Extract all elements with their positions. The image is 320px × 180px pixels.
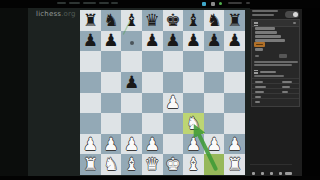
square-b1[interactable]: ♞ [101,154,122,175]
square-a1[interactable]: ♜ [80,154,101,175]
square-f1[interactable]: ♝ [183,154,204,175]
square-f3[interactable]: ♞ [183,113,204,134]
white-rook-a1[interactable]: ♜ [80,154,101,175]
panel-divider [250,164,292,165]
white-pawn-f2[interactable]: ♟ [183,134,204,155]
black-pawn-b7[interactable]: ♟ [101,31,122,52]
white-knight-f3[interactable]: ♞ [183,113,204,134]
square-d6[interactable] [142,51,163,72]
white-pawn-b2[interactable]: ♟ [101,134,122,155]
square-c4[interactable] [121,93,142,114]
browser-topbar [0,0,320,8]
square-d5[interactable] [142,72,163,93]
small-button[interactable] [279,54,287,58]
square-b6[interactable] [101,51,122,72]
square-e3[interactable] [163,113,184,134]
black-pawn-e7[interactable]: ♟ [163,31,184,52]
square-a2[interactable]: ♟ [80,134,101,155]
square-a6[interactable] [80,51,101,72]
black-pawn-c5[interactable]: ♟ [121,72,142,93]
square-c3[interactable] [121,113,142,134]
square-h2[interactable]: ♟ [224,134,245,155]
panel-subtitle-blob [252,14,274,16]
white-queen-d1[interactable]: ♛ [142,154,163,175]
extension-panel [250,9,302,176]
square-g6[interactable] [204,51,225,72]
panel-title-blob [252,10,278,12]
black-pawn-a7[interactable]: ♟ [80,31,101,52]
setting-row-blob[interactable] [255,27,275,30]
square-c2[interactable]: ♟ [121,134,142,155]
square-g2[interactable]: ♟ [204,134,225,155]
lichess-domain: .org [61,10,76,18]
square-d2[interactable]: ♟ [142,134,163,155]
menu-item-blob [69,2,80,4]
setting-row-blob[interactable] [255,31,277,34]
toolbar-text-blob [246,2,250,4]
square-h7[interactable]: ♟ [224,31,245,52]
square-h6[interactable] [224,51,245,72]
square-c1[interactable]: ♝ [121,154,142,175]
square-a5[interactable] [80,72,101,93]
black-rook-h8[interactable]: ♜ [224,10,245,31]
chess-board[interactable]: ♜♞♝♛♚♝♞♜♟♟♟♟♟♟♟♟♟♞♟♟♟♟♟♟♟♜♞♝♛♚♝♜ [80,10,245,175]
black-queen-d8[interactable]: ♛ [142,10,163,31]
square-e8[interactable]: ♚ [163,10,184,31]
square-b5[interactable] [101,72,122,93]
square-h4[interactable] [224,93,245,114]
square-g5[interactable] [204,72,225,93]
square-h8[interactable]: ♜ [224,10,245,31]
toolbar-text-blob [228,2,242,4]
setting-row-blob[interactable] [255,35,281,38]
white-pawn-c2[interactable]: ♟ [121,134,142,155]
paragraph-blob [254,64,292,66]
square-f6[interactable] [183,51,204,72]
square-g7[interactable]: ♟ [204,31,225,52]
toggle-knob [293,12,298,17]
white-pawn-d2[interactable]: ♟ [142,134,163,155]
square-b4[interactable] [101,93,122,114]
black-bishop-c8[interactable]: ♝ [121,10,142,31]
square-d1[interactable]: ♛ [142,154,163,175]
lichess-logo[interactable]: lichess.org [36,10,76,18]
square-e2[interactable] [163,134,184,155]
settings-box [251,19,300,107]
black-pawn-h7[interactable]: ♟ [224,31,245,52]
square-c8[interactable]: ♝ [121,10,142,31]
square-d7[interactable]: ♟ [142,31,163,52]
white-rook-h1[interactable]: ♜ [224,154,245,175]
letterbox-bottom [0,176,320,180]
white-bishop-c1[interactable]: ♝ [121,154,142,175]
square-e5[interactable] [163,72,184,93]
square-e1[interactable]: ♚ [163,154,184,175]
square-d8[interactable]: ♛ [142,10,163,31]
black-pawn-f7[interactable]: ♟ [183,31,204,52]
white-pawn-g2[interactable]: ♟ [204,134,225,155]
white-pawn-e4[interactable]: ♟ [163,93,184,114]
menu-item-blob [83,2,96,4]
square-h3[interactable] [224,113,245,134]
hamburger-icon [254,22,258,26]
black-rook-a8[interactable]: ♜ [80,10,101,31]
square-b8[interactable]: ♞ [101,10,122,31]
square-b7[interactable]: ♟ [101,31,122,52]
square-c6[interactable] [121,51,142,72]
square-f4[interactable] [183,93,204,114]
square-g1[interactable] [204,154,225,175]
label-blob [255,55,259,57]
footer-dot[interactable] [261,172,264,175]
square-h5[interactable] [224,72,245,93]
square-f2[interactable]: ♟ [183,134,204,155]
black-knight-g8[interactable]: ♞ [204,10,225,31]
extension-icon[interactable] [211,2,215,6]
white-knight-b1[interactable]: ♞ [101,154,122,175]
paragraph-blob [254,61,298,63]
hamburger-icon [254,70,258,74]
square-f7[interactable]: ♟ [183,31,204,52]
square-b2[interactable]: ♟ [101,134,122,155]
footer-dot[interactable] [270,172,273,175]
square-c5[interactable]: ♟ [121,72,142,93]
collapse-icon[interactable] [293,22,296,25]
square-g4[interactable] [204,93,225,114]
settings-box-header[interactable] [252,20,299,27]
footer-dot[interactable] [279,172,282,175]
label-blob [255,48,263,51]
footer-dash[interactable] [285,172,292,175]
black-bishop-f8[interactable]: ♝ [183,10,204,31]
square-a7[interactable]: ♟ [80,31,101,52]
white-bishop-f1[interactable]: ♝ [183,154,204,175]
section-label-blob [254,75,284,77]
video-frame: lichess.org ♜♞♝♛♚♝♞♜♟♟♟♟♟♟♟♟♟♞♟♟♟♟♟♟♟♜♞♝… [0,0,320,180]
enable-toggle[interactable] [285,11,299,18]
square-d3[interactable] [142,113,163,134]
menu-item-blob [111,2,118,4]
table-row[interactable] [252,98,299,104]
extension-icon[interactable] [202,2,206,6]
square-e4[interactable]: ♟ [163,93,184,114]
square-a3[interactable] [80,113,101,134]
page-left-gutter [0,8,28,176]
square-a8[interactable]: ♜ [80,10,101,31]
white-pawn-a2[interactable]: ♟ [80,134,101,155]
lichess-brand: lichess [36,10,61,18]
black-pawn-d7[interactable]: ♟ [142,31,163,52]
square-f5[interactable] [183,72,204,93]
black-knight-b8[interactable]: ♞ [101,10,122,31]
menu-item-blob [99,2,109,4]
square-g8[interactable]: ♞ [204,10,225,31]
extension-icon[interactable] [219,2,222,5]
black-pawn-g7[interactable]: ♟ [204,31,225,52]
menu-item-blob [57,2,66,4]
square-g3[interactable] [204,113,225,134]
square-a4[interactable] [80,93,101,114]
square-b3[interactable] [101,113,122,134]
black-king-e8[interactable]: ♚ [163,10,184,31]
square-e7[interactable]: ♟ [163,31,184,52]
square-h1[interactable]: ♜ [224,154,245,175]
footer-dot[interactable] [252,172,255,175]
white-pawn-h2[interactable]: ♟ [224,134,245,155]
white-king-e1[interactable]: ♚ [163,154,184,175]
square-e6[interactable] [163,51,184,72]
status-badge[interactable] [254,42,265,47]
square-f8[interactable]: ♝ [183,10,204,31]
square-d4[interactable] [142,93,163,114]
section-label-blob [260,71,276,74]
